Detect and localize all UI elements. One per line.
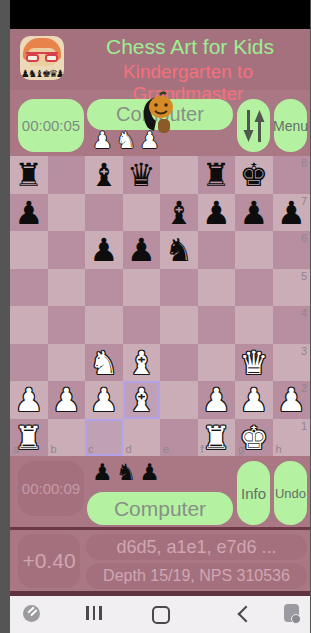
square-e1[interactable]: e [160, 419, 198, 457]
home-icon[interactable] [152, 606, 170, 624]
square-d1[interactable]: d [123, 419, 161, 457]
square-c6[interactable]: ♟ [85, 231, 123, 269]
app-header: ♟♞♝♚♛♟ Chess Art for Kids Kindergarten t… [10, 29, 310, 90]
undo-button[interactable]: Undo [274, 461, 307, 525]
recents-icon[interactable] [86, 606, 102, 620]
app-title: Chess Art for Kids [70, 35, 310, 59]
black-knight-e6[interactable]: ♞ [160, 231, 198, 269]
engine-stats: Depth 15/19, NPS 310536 [86, 563, 307, 589]
square-e4[interactable] [160, 306, 198, 344]
square-g3[interactable]: ♛ [235, 344, 273, 382]
square-h8[interactable]: 8 [273, 156, 311, 194]
android-status-bar [10, 0, 310, 29]
square-b6[interactable] [48, 231, 86, 269]
square-e6[interactable]: ♞ [160, 231, 198, 269]
square-a5[interactable] [10, 269, 48, 307]
captured-black-knight: ♞ [116, 459, 137, 485]
square-a2[interactable]: ♟ [10, 381, 48, 419]
white-pawn-b2[interactable]: ♟ [48, 381, 86, 419]
swap-arrows-icon [243, 106, 265, 146]
assistant-bubble-icon[interactable] [23, 605, 40, 622]
white-queen-g3[interactable]: ♛ [235, 344, 273, 382]
separator-line [10, 527, 310, 530]
square-h3[interactable]: 3 [273, 344, 311, 382]
app-icon: ♟♞♝♚♛♟ [20, 36, 64, 80]
bottom-player-name-button[interactable]: Computer [87, 492, 233, 525]
square-e5[interactable] [160, 269, 198, 307]
back-icon[interactable] [238, 606, 255, 623]
square-f1[interactable]: f♜ [198, 419, 236, 457]
square-d4[interactable] [123, 306, 161, 344]
square-b4[interactable] [48, 306, 86, 344]
file-label-d: d [126, 443, 132, 455]
square-b5[interactable] [48, 269, 86, 307]
square-h4[interactable]: 4 [273, 306, 311, 344]
square-e7[interactable]: ♝ [160, 194, 198, 232]
black-rook-f8[interactable]: ♜ [198, 156, 236, 194]
square-f8[interactable]: ♜ [198, 156, 236, 194]
square-e8[interactable] [160, 156, 198, 194]
black-rook-a8[interactable]: ♜ [10, 156, 48, 194]
square-h5[interactable]: 5 [273, 269, 311, 307]
square-e2[interactable] [160, 381, 198, 419]
rank-label-8: 8 [301, 157, 307, 169]
square-f3[interactable] [198, 344, 236, 382]
flip-board-button[interactable] [237, 99, 270, 152]
chess-board: ♜♝♛♜♚8♟♝♟♟7♟♟♟♞654♞♝♛3♟♟♟♝♟♟2♟a♜bcdef♜g♚… [10, 156, 310, 456]
square-f4[interactable] [198, 306, 236, 344]
captured-black-pawn: ♟ [139, 459, 160, 485]
engine-evaluation: +0.40 [18, 534, 80, 588]
square-b3[interactable] [48, 344, 86, 382]
square-e3[interactable] [160, 344, 198, 382]
square-f7[interactable]: ♟ [198, 194, 236, 232]
menu-button[interactable]: Menu [274, 99, 307, 152]
app-screen: ♟♞♝♚♛♟ Chess Art for Kids Kindergarten t… [10, 0, 310, 633]
square-f6[interactable] [198, 231, 236, 269]
square-g4[interactable] [235, 306, 273, 344]
square-h1[interactable]: 1h [273, 419, 311, 457]
square-a8[interactable]: ♜ [10, 156, 48, 194]
black-pawn-g7[interactable]: ♟ [235, 194, 273, 232]
black-king-g8[interactable]: ♚ [235, 156, 273, 194]
square-c2[interactable]: ♟ [85, 381, 123, 419]
black-pawn-c6[interactable]: ♟ [85, 231, 123, 269]
white-pawn-c2[interactable]: ♟ [85, 381, 123, 419]
square-d5[interactable] [123, 269, 161, 307]
square-a7[interactable]: ♟ [10, 194, 48, 232]
square-c4[interactable] [85, 306, 123, 344]
square-g6[interactable] [235, 231, 273, 269]
black-bishop-e7[interactable]: ♝ [160, 194, 198, 232]
square-a1[interactable]: a♜ [10, 419, 48, 457]
file-label-b: b [51, 443, 57, 455]
rank-label-5: 5 [301, 270, 307, 282]
white-pawn-g2[interactable]: ♟ [235, 381, 273, 419]
square-h6[interactable]: 6 [273, 231, 311, 269]
white-pawn-h2[interactable]: ♟ [273, 381, 311, 419]
square-d7[interactable] [123, 194, 161, 232]
black-pawn-a7[interactable]: ♟ [10, 194, 48, 232]
square-b7[interactable] [48, 194, 86, 232]
square-c5[interactable] [85, 269, 123, 307]
square-g2[interactable]: ♟ [235, 381, 273, 419]
android-nav-bar [10, 596, 310, 633]
square-g5[interactable] [235, 269, 273, 307]
rotate-screen-icon[interactable] [284, 604, 299, 622]
black-pawn-d6[interactable]: ♟ [123, 231, 161, 269]
square-c8[interactable]: ♝ [85, 156, 123, 194]
black-pawn-h7[interactable]: ♟ [273, 194, 311, 232]
file-label-h: h [276, 443, 282, 455]
white-bishop-d3[interactable]: ♝ [123, 344, 161, 382]
square-d3[interactable]: ♝ [123, 344, 161, 382]
captured-white-pawn: ♟ [92, 127, 113, 153]
app-icon-chess-pieces: ♟♞♝♚♛♟ [20, 68, 64, 80]
square-f5[interactable] [198, 269, 236, 307]
square-a6[interactable] [10, 231, 48, 269]
square-d8[interactable]: ♛ [123, 156, 161, 194]
square-c7[interactable] [85, 194, 123, 232]
white-pawn-f2[interactable]: ♟ [198, 381, 236, 419]
square-d6[interactable]: ♟ [123, 231, 161, 269]
square-c3[interactable]: ♞ [85, 344, 123, 382]
rank-label-4: 4 [301, 307, 307, 319]
file-label-c: c [88, 443, 94, 455]
white-pawn-a2[interactable]: ♟ [10, 381, 48, 419]
white-rook-a1[interactable]: ♜ [10, 419, 48, 457]
square-h7[interactable]: 7♟ [273, 194, 311, 232]
rank-label-6: 6 [301, 232, 307, 244]
square-b8[interactable] [48, 156, 86, 194]
square-c1[interactable]: c [85, 419, 123, 457]
white-bishop-d2[interactable]: ♝ [123, 381, 161, 419]
square-h2[interactable]: 2♟ [273, 381, 311, 419]
app-icon-glasses [26, 52, 58, 63]
rank-label-1: 1 [301, 420, 307, 432]
captured-black-pawn: ♟ [92, 459, 113, 485]
square-b1[interactable]: b [48, 419, 86, 457]
square-a3[interactable] [10, 344, 48, 382]
top-player-clock: 00:00:05 [18, 99, 84, 152]
black-bishop-c8[interactable]: ♝ [85, 156, 123, 194]
file-label-e: e [163, 443, 169, 455]
captured-white-knight: ♞ [116, 127, 137, 153]
black-queen-d8[interactable]: ♛ [123, 156, 161, 194]
pumpkin-character [136, 91, 184, 137]
white-king-g1[interactable]: ♚ [235, 419, 273, 457]
square-g7[interactable]: ♟ [235, 194, 273, 232]
square-a4[interactable] [10, 306, 48, 344]
white-rook-f1[interactable]: ♜ [198, 419, 236, 457]
captured-black-pieces: ♟♞♟ [92, 459, 160, 485]
rank-label-3: 3 [301, 345, 307, 357]
info-button[interactable]: Info [237, 461, 270, 525]
square-b2[interactable]: ♟ [48, 381, 86, 419]
square-g8[interactable]: ♚ [235, 156, 273, 194]
engine-best-line: d6d5, a1e1, e7d6 ... [86, 534, 307, 560]
square-g1[interactable]: g♚ [235, 419, 273, 457]
bottom-player-clock: 00:00:09 [18, 461, 84, 516]
black-pawn-f7[interactable]: ♟ [198, 194, 236, 232]
square-f2[interactable]: ♟ [198, 381, 236, 419]
square-d2[interactable]: ♝ [123, 381, 161, 419]
white-knight-c3[interactable]: ♞ [85, 344, 123, 382]
